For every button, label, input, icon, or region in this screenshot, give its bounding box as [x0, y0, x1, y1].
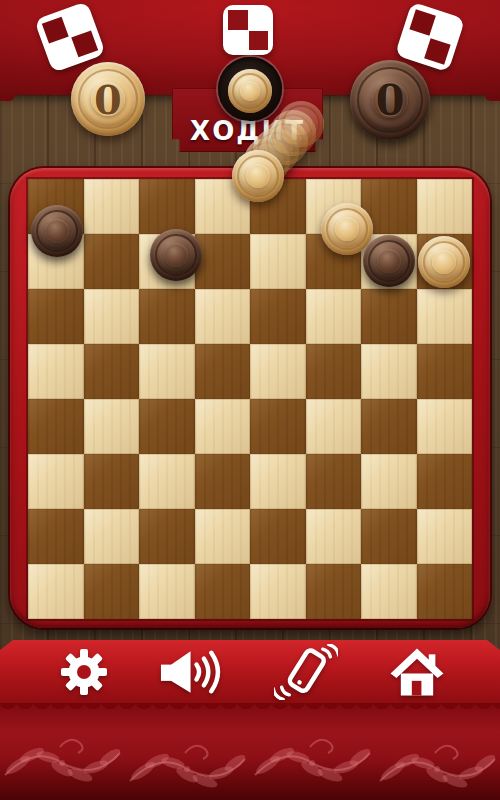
board-square-r4c0[interactable] — [28, 399, 84, 454]
gear-icon — [59, 647, 109, 697]
board-square-r3c7[interactable] — [417, 344, 473, 399]
footer-curtain — [0, 703, 500, 800]
board-square-r7c5[interactable] — [306, 564, 362, 619]
board-square-r5c3[interactable] — [195, 454, 251, 509]
board-square-r5c0[interactable] — [28, 454, 84, 509]
board-square-r7c6[interactable] — [361, 564, 417, 619]
board-square-r2c2[interactable] — [139, 289, 195, 344]
board-square-r3c1[interactable] — [84, 344, 140, 399]
board-square-r0c2[interactable] — [139, 179, 195, 234]
board-square-r7c7[interactable] — [417, 564, 473, 619]
board-square-r2c0[interactable] — [28, 289, 84, 344]
board-square-r7c0[interactable] — [28, 564, 84, 619]
board-square-r0c1[interactable] — [84, 179, 140, 234]
board-square-r3c2[interactable] — [139, 344, 195, 399]
dark-counter-value: 0 — [350, 60, 430, 140]
board-square-r5c6[interactable] — [361, 454, 417, 509]
checker-piece-light-4[interactable] — [418, 236, 470, 288]
board-square-r4c5[interactable] — [306, 399, 362, 454]
board-square-r7c2[interactable] — [139, 564, 195, 619]
board-square-r4c7[interactable] — [417, 399, 473, 454]
home-button[interactable] — [374, 643, 460, 701]
checker-piece-dark-1[interactable] — [150, 229, 202, 281]
board-square-r6c1[interactable] — [84, 509, 140, 564]
toolbar — [0, 640, 500, 703]
board-square-r2c7[interactable] — [417, 289, 473, 344]
checker-piece-dark-0[interactable] — [31, 205, 83, 257]
board-square-r6c4[interactable] — [250, 509, 306, 564]
light-captured-counter: 0 — [71, 62, 145, 136]
sound-button[interactable] — [152, 643, 238, 701]
board-square-r2c4[interactable] — [250, 289, 306, 344]
light-counter-value: 0 — [71, 62, 145, 136]
board-square-r6c0[interactable] — [28, 509, 84, 564]
board-square-r5c5[interactable] — [306, 454, 362, 509]
turn-indicator — [218, 57, 282, 121]
board-square-r0c7[interactable] — [417, 179, 473, 234]
leaf-ornament — [0, 721, 500, 793]
board-square-r3c4[interactable] — [250, 344, 306, 399]
board-square-r1c4[interactable] — [250, 234, 306, 289]
home-icon — [389, 647, 445, 697]
scallop-trim — [0, 703, 500, 716]
board-square-r4c6[interactable] — [361, 399, 417, 454]
turn-indicator-piece — [228, 69, 272, 113]
vibration-button[interactable] — [263, 643, 349, 701]
board-square-r4c1[interactable] — [84, 399, 140, 454]
board-square-r1c3[interactable] — [195, 234, 251, 289]
checkerboard-icon-middle — [223, 5, 273, 55]
board-square-r6c3[interactable] — [195, 509, 251, 564]
board-square-r2c6[interactable] — [361, 289, 417, 344]
board-square-r5c2[interactable] — [139, 454, 195, 509]
speaker-icon — [158, 646, 232, 698]
app-screen: 0 0 ХОДИТ — [0, 0, 500, 800]
board-square-r6c6[interactable] — [361, 509, 417, 564]
board-square-r3c5[interactable] — [306, 344, 362, 399]
board-square-r5c7[interactable] — [417, 454, 473, 509]
board-square-r4c4[interactable] — [250, 399, 306, 454]
checker-piece-dark-3[interactable] — [363, 235, 415, 287]
board-square-r3c0[interactable] — [28, 344, 84, 399]
checker-piece-light-2[interactable] — [321, 203, 373, 255]
dark-captured-counter: 0 — [350, 60, 430, 140]
board-square-r4c2[interactable] — [139, 399, 195, 454]
board-square-r4c3[interactable] — [195, 399, 251, 454]
board-square-r7c4[interactable] — [250, 564, 306, 619]
board-square-r3c6[interactable] — [361, 344, 417, 399]
board-square-r7c3[interactable] — [195, 564, 251, 619]
board-square-r7c1[interactable] — [84, 564, 140, 619]
board-square-r6c5[interactable] — [306, 509, 362, 564]
board-square-r6c7[interactable] — [417, 509, 473, 564]
board-square-r2c1[interactable] — [84, 289, 140, 344]
board-square-r3c3[interactable] — [195, 344, 251, 399]
vibrating-phone-icon — [274, 644, 338, 700]
board-square-r5c4[interactable] — [250, 454, 306, 509]
falling-checker-piece-light — [232, 150, 284, 202]
board-square-r5c1[interactable] — [84, 454, 140, 509]
settings-button[interactable] — [41, 643, 127, 701]
board-square-r1c1[interactable] — [84, 234, 140, 289]
falling-piece-ghost-4 — [278, 101, 324, 147]
board-square-r6c2[interactable] — [139, 509, 195, 564]
board-square-r2c5[interactable] — [306, 289, 362, 344]
board-square-r2c3[interactable] — [195, 289, 251, 344]
